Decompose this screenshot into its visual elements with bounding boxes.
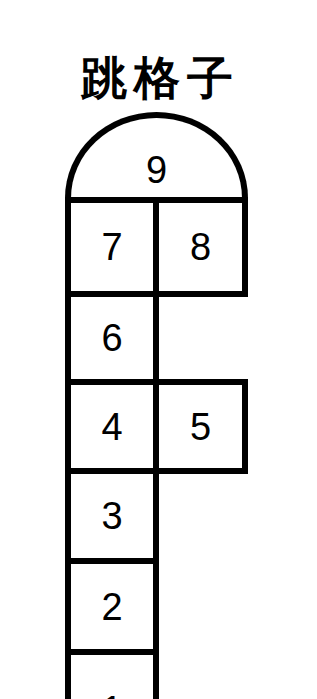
cell-8: 8 xyxy=(153,197,248,297)
cell-1: 1 xyxy=(65,649,159,699)
cell-5-label: 5 xyxy=(190,408,211,446)
cell-6: 6 xyxy=(65,291,159,385)
cell-3: 3 xyxy=(65,468,159,564)
hopscotch-board: 9 7 8 6 4 5 3 2 1 xyxy=(0,0,317,699)
cell-9-label: 9 xyxy=(146,151,167,198)
cell-6-label: 6 xyxy=(101,319,122,357)
cell-1-label: 1 xyxy=(101,655,122,699)
cell-5: 5 xyxy=(153,379,248,474)
cell-4: 4 xyxy=(65,379,159,474)
cell-4-label: 4 xyxy=(101,408,122,446)
cell-2-label: 2 xyxy=(101,588,122,626)
cell-2: 2 xyxy=(65,558,159,655)
cell-7: 7 xyxy=(65,197,159,297)
cell-9-dome: 9 xyxy=(65,112,248,198)
cell-3-label: 3 xyxy=(101,497,122,535)
cell-7-label: 7 xyxy=(101,228,122,266)
cell-8-label: 8 xyxy=(190,228,211,266)
